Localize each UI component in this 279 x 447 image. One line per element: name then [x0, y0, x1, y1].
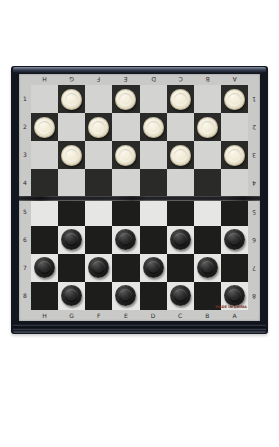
- board-face: HGFEDCBA HGFEDCBA 12345678 12345678 MADE…: [19, 74, 260, 321]
- rank-label-right-4: 4: [248, 169, 260, 197]
- rank-label-left-1: 1: [19, 85, 31, 113]
- square-c7[interactable]: [167, 254, 194, 282]
- white-checker-d2[interactable]: [143, 117, 164, 138]
- square-e5[interactable]: [112, 198, 139, 226]
- file-label-bottom-e: E: [112, 310, 139, 321]
- square-a5[interactable]: [221, 198, 248, 226]
- black-checker-f7[interactable]: [88, 257, 109, 278]
- square-d6[interactable]: [140, 226, 167, 254]
- file-label-top-b: B: [194, 74, 221, 85]
- file-labels-bottom: HGFEDCBA: [31, 310, 248, 321]
- square-c5[interactable]: [167, 198, 194, 226]
- rank-label-right-6: 6: [248, 226, 260, 254]
- square-c6[interactable]: [167, 226, 194, 254]
- file-label-top-g: G: [58, 74, 85, 85]
- square-b5[interactable]: [194, 198, 221, 226]
- square-d4[interactable]: [140, 169, 167, 197]
- file-label-bottom-a: A: [221, 310, 248, 321]
- square-g3[interactable]: [58, 141, 85, 169]
- rank-label-left-3: 3: [19, 141, 31, 169]
- file-label-top-c: C: [167, 74, 194, 85]
- white-checker-a3[interactable]: [224, 145, 245, 166]
- square-f6[interactable]: [85, 226, 112, 254]
- file-label-bottom-c: C: [167, 310, 194, 321]
- rank-label-right-7: 7: [248, 254, 260, 282]
- square-a7[interactable]: [221, 254, 248, 282]
- black-checker-g8[interactable]: [61, 285, 82, 306]
- square-h3[interactable]: [31, 141, 58, 169]
- square-f2[interactable]: [85, 113, 112, 141]
- square-h6[interactable]: [31, 226, 58, 254]
- file-label-bottom-d: D: [140, 310, 167, 321]
- fold-seam: [19, 196, 260, 201]
- photo-stage: HGFEDCBA HGFEDCBA 12345678 12345678 MADE…: [0, 0, 279, 447]
- white-checker-g1[interactable]: [61, 89, 82, 110]
- square-h7[interactable]: [31, 254, 58, 282]
- square-e8[interactable]: [112, 282, 139, 310]
- case-edge-ridges: [13, 322, 266, 333]
- square-g6[interactable]: [58, 226, 85, 254]
- file-label-top-f: F: [85, 74, 112, 85]
- rank-label-right-2: 2: [248, 113, 260, 141]
- square-h4[interactable]: [31, 169, 58, 197]
- square-c3[interactable]: [167, 141, 194, 169]
- square-g1[interactable]: [58, 85, 85, 113]
- square-e4[interactable]: [112, 169, 139, 197]
- file-labels-top: HGFEDCBA: [31, 74, 248, 85]
- square-b1[interactable]: [194, 85, 221, 113]
- rank-label-left-5: 5: [19, 198, 31, 226]
- white-checker-c3[interactable]: [170, 145, 191, 166]
- square-a3[interactable]: [221, 141, 248, 169]
- square-d2[interactable]: [140, 113, 167, 141]
- square-a1[interactable]: [221, 85, 248, 113]
- square-h5[interactable]: [31, 198, 58, 226]
- black-checker-c6[interactable]: [170, 229, 191, 250]
- file-label-top-a: A: [221, 74, 248, 85]
- square-e2[interactable]: [112, 113, 139, 141]
- square-e3[interactable]: [112, 141, 139, 169]
- board-grid: MADE IN CHINA: [31, 85, 248, 310]
- black-checker-h7[interactable]: [34, 257, 55, 278]
- white-checker-e3[interactable]: [115, 145, 136, 166]
- square-b6[interactable]: [194, 226, 221, 254]
- square-f4[interactable]: [85, 169, 112, 197]
- square-f5[interactable]: [85, 198, 112, 226]
- file-label-bottom-g: G: [58, 310, 85, 321]
- square-e6[interactable]: [112, 226, 139, 254]
- black-checker-a8[interactable]: [224, 285, 245, 306]
- rank-label-left-4: 4: [19, 169, 31, 197]
- square-h2[interactable]: [31, 113, 58, 141]
- rank-label-right-3: 3: [248, 141, 260, 169]
- square-h8[interactable]: [31, 282, 58, 310]
- square-g5[interactable]: [58, 198, 85, 226]
- file-label-bottom-h: H: [31, 310, 58, 321]
- square-f1[interactable]: [85, 85, 112, 113]
- rank-label-left-6: 6: [19, 226, 31, 254]
- square-d7[interactable]: [140, 254, 167, 282]
- white-checker-f2[interactable]: [88, 117, 109, 138]
- square-c8[interactable]: [167, 282, 194, 310]
- white-checker-a1[interactable]: [224, 89, 245, 110]
- square-f3[interactable]: [85, 141, 112, 169]
- file-label-top-e: E: [112, 74, 139, 85]
- square-a6[interactable]: [221, 226, 248, 254]
- square-c4[interactable]: [167, 169, 194, 197]
- square-e1[interactable]: [112, 85, 139, 113]
- rank-label-right-8: 8: [248, 282, 260, 310]
- board-frame: HGFEDCBA HGFEDCBA 12345678 12345678 MADE…: [11, 66, 268, 334]
- square-d5[interactable]: [140, 198, 167, 226]
- black-checker-a6[interactable]: [224, 229, 245, 250]
- black-checker-e6[interactable]: [115, 229, 136, 250]
- file-label-bottom-f: F: [85, 310, 112, 321]
- black-checker-g6[interactable]: [61, 229, 82, 250]
- file-label-bottom-b: B: [194, 310, 221, 321]
- square-f8[interactable]: [85, 282, 112, 310]
- square-d1[interactable]: [140, 85, 167, 113]
- square-f7[interactable]: [85, 254, 112, 282]
- rank-label-right-5: 5: [248, 198, 260, 226]
- square-a2[interactable]: [221, 113, 248, 141]
- square-c1[interactable]: [167, 85, 194, 113]
- black-checker-b7[interactable]: [197, 257, 218, 278]
- rank-label-left-8: 8: [19, 282, 31, 310]
- square-b3[interactable]: [194, 141, 221, 169]
- rank-label-right-1: 1: [248, 85, 260, 113]
- square-g8[interactable]: [58, 282, 85, 310]
- white-checker-b2[interactable]: [197, 117, 218, 138]
- square-b2[interactable]: [194, 113, 221, 141]
- file-label-top-h: H: [31, 74, 58, 85]
- square-g7[interactable]: [58, 254, 85, 282]
- rank-label-left-7: 7: [19, 254, 31, 282]
- black-checker-e8[interactable]: [115, 285, 136, 306]
- white-checker-g3[interactable]: [61, 145, 82, 166]
- white-checker-e1[interactable]: [115, 89, 136, 110]
- rank-label-left-2: 2: [19, 113, 31, 141]
- square-b7[interactable]: [194, 254, 221, 282]
- square-a4[interactable]: [221, 169, 248, 197]
- black-checker-c8[interactable]: [170, 285, 191, 306]
- file-label-top-d: D: [140, 74, 167, 85]
- square-g2[interactable]: [58, 113, 85, 141]
- square-b4[interactable]: [194, 169, 221, 197]
- square-c2[interactable]: [167, 113, 194, 141]
- square-a8[interactable]: MADE IN CHINA: [221, 282, 248, 310]
- square-h1[interactable]: [31, 85, 58, 113]
- white-checker-h2[interactable]: [34, 117, 55, 138]
- white-checker-c1[interactable]: [170, 89, 191, 110]
- frame-top-sheen: [13, 67, 266, 73]
- square-g4[interactable]: [58, 169, 85, 197]
- square-e7[interactable]: [112, 254, 139, 282]
- square-d3[interactable]: [140, 141, 167, 169]
- square-d8[interactable]: [140, 282, 167, 310]
- black-checker-d7[interactable]: [143, 257, 164, 278]
- made-in-china-label: MADE IN CHINA: [216, 305, 247, 309]
